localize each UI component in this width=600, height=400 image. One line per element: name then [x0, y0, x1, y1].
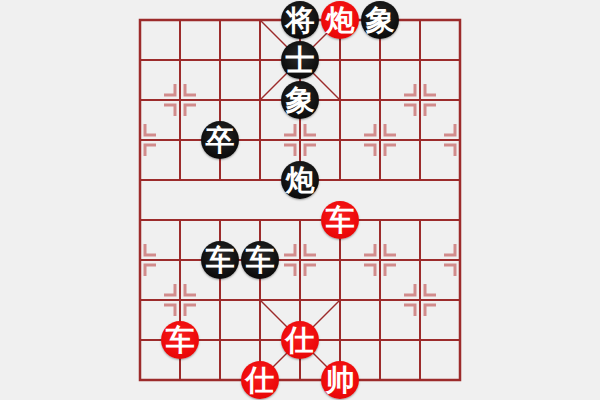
piece-black-general[interactable]: 将: [281, 1, 319, 39]
pieces-layer: 将炮象士象卒炮车车车车仕仕帅: [120, 0, 480, 400]
piece-black-chariot[interactable]: 车: [201, 241, 239, 279]
piece-black-elephant[interactable]: 象: [361, 1, 399, 39]
xiangqi-app: 将炮象士象卒炮车车车车仕仕帅: [0, 0, 600, 400]
piece-black-soldier[interactable]: 卒: [201, 121, 239, 159]
piece-red-advisor[interactable]: 仕: [241, 361, 279, 399]
piece-red-general[interactable]: 帅: [321, 361, 359, 399]
piece-red-chariot[interactable]: 车: [161, 321, 199, 359]
xiangqi-board[interactable]: 将炮象士象卒炮车车车车仕仕帅: [0, 0, 600, 400]
piece-black-chariot[interactable]: 车: [241, 241, 279, 279]
piece-black-advisor[interactable]: 士: [281, 41, 319, 79]
piece-red-chariot[interactable]: 车: [321, 201, 359, 239]
piece-red-advisor[interactable]: 仕: [281, 321, 319, 359]
piece-black-cannon[interactable]: 炮: [281, 161, 319, 199]
piece-black-elephant[interactable]: 象: [281, 81, 319, 119]
piece-red-cannon[interactable]: 炮: [321, 1, 359, 39]
